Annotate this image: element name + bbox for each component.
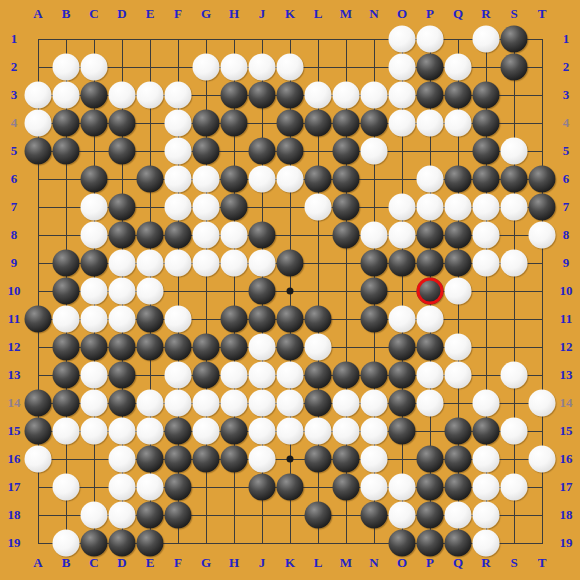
white-stone[interactable] — [473, 26, 500, 53]
black-stone[interactable] — [389, 250, 416, 277]
white-stone[interactable] — [249, 418, 276, 445]
black-stone[interactable] — [193, 110, 220, 137]
white-stone[interactable] — [361, 390, 388, 417]
black-stone[interactable] — [165, 334, 192, 361]
white-stone[interactable] — [193, 166, 220, 193]
board-vertical-line — [514, 39, 515, 544]
white-stone[interactable] — [249, 250, 276, 277]
white-stone[interactable] — [445, 502, 472, 529]
white-stone[interactable] — [473, 502, 500, 529]
row-label-left: 7 — [11, 199, 18, 215]
black-stone[interactable] — [249, 474, 276, 501]
white-stone[interactable] — [137, 474, 164, 501]
white-stone[interactable] — [193, 250, 220, 277]
black-stone[interactable] — [305, 306, 332, 333]
row-label-right: 18 — [560, 507, 573, 523]
column-label-bottom: J — [259, 555, 266, 571]
white-stone[interactable] — [109, 278, 136, 305]
black-stone[interactable] — [445, 250, 472, 277]
black-stone[interactable] — [333, 110, 360, 137]
column-label-top: G — [201, 6, 211, 22]
column-label-bottom: F — [174, 555, 182, 571]
black-stone[interactable] — [81, 82, 108, 109]
black-stone[interactable] — [109, 194, 136, 221]
white-stone[interactable] — [249, 446, 276, 473]
white-stone[interactable] — [389, 502, 416, 529]
white-stone[interactable] — [473, 222, 500, 249]
white-stone[interactable] — [53, 530, 80, 557]
white-stone[interactable] — [417, 362, 444, 389]
white-stone[interactable] — [165, 390, 192, 417]
white-stone[interactable] — [165, 306, 192, 333]
black-stone[interactable] — [249, 278, 276, 305]
black-stone[interactable] — [333, 138, 360, 165]
white-stone[interactable] — [417, 306, 444, 333]
row-label-right: 10 — [560, 283, 573, 299]
black-stone[interactable] — [473, 418, 500, 445]
column-label-bottom: S — [510, 555, 517, 571]
black-stone[interactable] — [445, 222, 472, 249]
black-stone[interactable] — [473, 166, 500, 193]
row-label-left: 9 — [11, 255, 18, 271]
column-label-top: A — [33, 6, 42, 22]
column-label-bottom: B — [62, 555, 71, 571]
black-stone[interactable] — [445, 474, 472, 501]
black-stone[interactable] — [361, 110, 388, 137]
white-stone[interactable] — [277, 54, 304, 81]
black-stone[interactable] — [137, 306, 164, 333]
black-stone[interactable] — [221, 82, 248, 109]
row-label-left: 2 — [11, 59, 18, 75]
row-label-right: 8 — [563, 227, 570, 243]
black-stone[interactable] — [165, 502, 192, 529]
white-stone[interactable] — [81, 54, 108, 81]
white-stone[interactable] — [221, 390, 248, 417]
white-stone[interactable] — [81, 194, 108, 221]
black-stone[interactable] — [305, 362, 332, 389]
column-label-top: T — [538, 6, 547, 22]
white-stone[interactable] — [361, 82, 388, 109]
white-stone[interactable] — [473, 530, 500, 557]
white-stone[interactable] — [137, 278, 164, 305]
white-stone[interactable] — [333, 390, 360, 417]
white-stone[interactable] — [389, 26, 416, 53]
white-stone[interactable] — [25, 82, 52, 109]
black-stone[interactable] — [305, 446, 332, 473]
column-label-bottom: D — [117, 555, 126, 571]
black-stone[interactable] — [137, 222, 164, 249]
black-stone[interactable] — [221, 110, 248, 137]
black-stone[interactable] — [333, 166, 360, 193]
row-label-right: 11 — [560, 311, 572, 327]
black-stone[interactable] — [193, 362, 220, 389]
black-stone[interactable] — [193, 334, 220, 361]
black-stone[interactable] — [389, 530, 416, 557]
white-stone[interactable] — [109, 502, 136, 529]
black-stone[interactable] — [417, 502, 444, 529]
column-label-bottom: N — [369, 555, 378, 571]
row-label-left: 18 — [8, 507, 21, 523]
black-stone[interactable] — [109, 222, 136, 249]
black-stone[interactable] — [473, 110, 500, 137]
row-label-right: 14 — [560, 395, 573, 411]
black-stone[interactable] — [445, 530, 472, 557]
white-stone[interactable] — [501, 418, 528, 445]
white-stone[interactable] — [473, 446, 500, 473]
white-stone[interactable] — [25, 110, 52, 137]
black-stone[interactable] — [305, 390, 332, 417]
white-stone[interactable] — [473, 474, 500, 501]
white-stone[interactable] — [81, 390, 108, 417]
black-stone[interactable] — [389, 418, 416, 445]
column-label-bottom: A — [33, 555, 42, 571]
white-stone[interactable] — [109, 418, 136, 445]
black-stone[interactable] — [109, 390, 136, 417]
white-stone[interactable] — [53, 82, 80, 109]
black-stone[interactable] — [25, 390, 52, 417]
column-label-top: C — [89, 6, 98, 22]
black-stone[interactable] — [417, 446, 444, 473]
white-stone[interactable] — [137, 418, 164, 445]
black-stone[interactable] — [529, 166, 556, 193]
black-stone[interactable] — [81, 334, 108, 361]
black-stone[interactable] — [137, 502, 164, 529]
black-stone[interactable] — [277, 334, 304, 361]
black-stone[interactable] — [277, 82, 304, 109]
white-stone[interactable] — [137, 82, 164, 109]
black-stone[interactable] — [501, 54, 528, 81]
black-stone[interactable] — [81, 166, 108, 193]
white-stone[interactable] — [109, 82, 136, 109]
black-stone[interactable] — [53, 110, 80, 137]
white-stone[interactable] — [361, 446, 388, 473]
black-stone[interactable] — [137, 166, 164, 193]
row-label-right: 2 — [563, 59, 570, 75]
white-stone[interactable] — [53, 54, 80, 81]
black-stone[interactable] — [249, 222, 276, 249]
white-stone[interactable] — [445, 362, 472, 389]
white-stone[interactable] — [25, 446, 52, 473]
column-label-bottom: P — [426, 555, 434, 571]
white-stone[interactable] — [529, 390, 556, 417]
black-stone[interactable] — [361, 250, 388, 277]
white-stone[interactable] — [221, 54, 248, 81]
white-stone[interactable] — [389, 194, 416, 221]
black-stone[interactable] — [361, 362, 388, 389]
row-label-left: 14 — [8, 395, 21, 411]
white-stone[interactable] — [81, 418, 108, 445]
black-stone[interactable] — [221, 166, 248, 193]
white-stone[interactable] — [473, 390, 500, 417]
column-label-top: P — [426, 6, 434, 22]
black-stone[interactable] — [445, 82, 472, 109]
white-stone[interactable] — [501, 362, 528, 389]
black-stone[interactable] — [53, 138, 80, 165]
white-stone[interactable] — [221, 222, 248, 249]
white-stone[interactable] — [445, 110, 472, 137]
white-stone[interactable] — [277, 390, 304, 417]
white-stone[interactable] — [137, 250, 164, 277]
white-stone[interactable] — [165, 138, 192, 165]
black-stone[interactable] — [305, 502, 332, 529]
white-stone[interactable] — [445, 278, 472, 305]
white-stone[interactable] — [165, 194, 192, 221]
black-stone[interactable] — [193, 138, 220, 165]
row-label-right: 19 — [560, 535, 573, 551]
white-stone[interactable] — [361, 418, 388, 445]
black-stone[interactable] — [165, 222, 192, 249]
row-label-left: 17 — [8, 479, 21, 495]
black-stone[interactable] — [277, 306, 304, 333]
white-stone[interactable] — [473, 194, 500, 221]
black-stone[interactable] — [165, 474, 192, 501]
black-stone[interactable] — [501, 26, 528, 53]
black-stone[interactable] — [221, 306, 248, 333]
star-point — [287, 456, 294, 463]
white-stone[interactable] — [109, 306, 136, 333]
white-stone[interactable] — [417, 166, 444, 193]
black-stone[interactable] — [53, 390, 80, 417]
white-stone[interactable] — [249, 166, 276, 193]
black-stone[interactable] — [53, 250, 80, 277]
black-stone[interactable] — [25, 306, 52, 333]
black-stone[interactable] — [193, 446, 220, 473]
black-stone[interactable] — [445, 446, 472, 473]
row-label-right: 9 — [563, 255, 570, 271]
black-stone[interactable] — [389, 390, 416, 417]
row-label-left: 5 — [11, 143, 18, 159]
black-stone[interactable] — [389, 334, 416, 361]
white-stone[interactable] — [193, 54, 220, 81]
row-label-right: 16 — [560, 451, 573, 467]
white-stone[interactable] — [417, 110, 444, 137]
black-stone[interactable] — [221, 418, 248, 445]
black-stone[interactable] — [25, 138, 52, 165]
black-stone[interactable] — [53, 278, 80, 305]
black-stone[interactable] — [361, 502, 388, 529]
black-stone[interactable] — [165, 446, 192, 473]
white-stone[interactable] — [81, 306, 108, 333]
black-stone[interactable] — [109, 110, 136, 137]
black-stone[interactable] — [473, 138, 500, 165]
row-label-right: 13 — [560, 367, 573, 383]
row-label-left: 12 — [8, 339, 21, 355]
black-stone[interactable] — [137, 530, 164, 557]
black-stone[interactable] — [277, 110, 304, 137]
black-stone[interactable] — [249, 82, 276, 109]
white-stone[interactable] — [445, 194, 472, 221]
row-label-left: 10 — [8, 283, 21, 299]
black-stone[interactable] — [305, 110, 332, 137]
white-stone[interactable] — [305, 194, 332, 221]
white-stone[interactable] — [305, 334, 332, 361]
black-stone[interactable] — [361, 306, 388, 333]
white-stone[interactable] — [445, 334, 472, 361]
black-stone[interactable] — [333, 194, 360, 221]
column-label-bottom: C — [89, 555, 98, 571]
black-stone[interactable] — [81, 250, 108, 277]
black-stone[interactable] — [249, 306, 276, 333]
black-stone[interactable] — [417, 250, 444, 277]
black-stone[interactable] — [249, 138, 276, 165]
row-label-left: 6 — [11, 171, 18, 187]
column-label-bottom: T — [538, 555, 547, 571]
white-stone[interactable] — [445, 54, 472, 81]
white-stone[interactable] — [389, 306, 416, 333]
white-stone[interactable] — [389, 54, 416, 81]
white-stone[interactable] — [501, 250, 528, 277]
white-stone[interactable] — [389, 222, 416, 249]
white-stone[interactable] — [53, 474, 80, 501]
white-stone[interactable] — [109, 250, 136, 277]
white-stone[interactable] — [529, 222, 556, 249]
black-stone[interactable] — [109, 530, 136, 557]
black-stone[interactable] — [389, 362, 416, 389]
white-stone[interactable] — [389, 82, 416, 109]
black-stone[interactable] — [417, 54, 444, 81]
white-stone[interactable] — [81, 222, 108, 249]
black-stone[interactable] — [137, 334, 164, 361]
black-stone[interactable] — [109, 334, 136, 361]
white-stone[interactable] — [361, 222, 388, 249]
black-stone[interactable] — [109, 362, 136, 389]
black-stone[interactable] — [81, 110, 108, 137]
black-stone[interactable] — [473, 82, 500, 109]
white-stone[interactable] — [389, 110, 416, 137]
black-stone[interactable] — [445, 166, 472, 193]
white-stone[interactable] — [221, 250, 248, 277]
white-stone[interactable] — [361, 474, 388, 501]
black-stone[interactable] — [417, 474, 444, 501]
black-stone[interactable] — [445, 418, 472, 445]
white-stone[interactable] — [249, 362, 276, 389]
white-stone[interactable] — [81, 502, 108, 529]
column-label-top: Q — [453, 6, 463, 22]
black-stone[interactable] — [417, 334, 444, 361]
column-label-bottom: R — [481, 555, 490, 571]
row-label-left: 8 — [11, 227, 18, 243]
white-stone[interactable] — [529, 446, 556, 473]
black-stone[interactable] — [109, 138, 136, 165]
white-stone[interactable] — [165, 362, 192, 389]
black-stone[interactable] — [81, 530, 108, 557]
white-stone[interactable] — [277, 418, 304, 445]
white-stone[interactable] — [501, 474, 528, 501]
black-stone[interactable] — [221, 334, 248, 361]
black-stone[interactable] — [333, 362, 360, 389]
column-label-top: M — [340, 6, 352, 22]
black-stone[interactable] — [221, 194, 248, 221]
white-stone[interactable] — [165, 166, 192, 193]
black-stone[interactable] — [277, 250, 304, 277]
black-stone[interactable] — [417, 278, 444, 305]
row-label-right: 7 — [563, 199, 570, 215]
white-stone[interactable] — [501, 138, 528, 165]
white-stone[interactable] — [53, 418, 80, 445]
white-stone[interactable] — [193, 194, 220, 221]
star-point — [287, 288, 294, 295]
white-stone[interactable] — [193, 390, 220, 417]
white-stone[interactable] — [137, 390, 164, 417]
black-stone[interactable] — [417, 530, 444, 557]
white-stone[interactable] — [81, 278, 108, 305]
white-stone[interactable] — [361, 138, 388, 165]
white-stone[interactable] — [305, 418, 332, 445]
row-label-right: 4 — [563, 115, 570, 131]
white-stone[interactable] — [165, 82, 192, 109]
row-label-right: 1 — [563, 31, 570, 47]
column-label-bottom: G — [201, 555, 211, 571]
black-stone[interactable] — [277, 474, 304, 501]
row-label-right: 15 — [560, 423, 573, 439]
black-stone[interactable] — [221, 446, 248, 473]
black-stone[interactable] — [417, 222, 444, 249]
white-stone[interactable] — [165, 110, 192, 137]
go-board[interactable]: AABBCCDDEEFFGGHHJJKKLLMMNNOOPPQQRRSSTT11… — [0, 0, 580, 580]
black-stone[interactable] — [137, 446, 164, 473]
row-label-left: 11 — [8, 311, 20, 327]
white-stone[interactable] — [165, 250, 192, 277]
black-stone[interactable] — [53, 362, 80, 389]
column-label-bottom: L — [314, 555, 323, 571]
black-stone[interactable] — [501, 166, 528, 193]
black-stone[interactable] — [333, 222, 360, 249]
black-stone[interactable] — [305, 166, 332, 193]
white-stone[interactable] — [249, 334, 276, 361]
white-stone[interactable] — [305, 82, 332, 109]
black-stone[interactable] — [277, 138, 304, 165]
column-label-top: E — [146, 6, 155, 22]
white-stone[interactable] — [249, 390, 276, 417]
white-stone[interactable] — [417, 26, 444, 53]
row-label-left: 19 — [8, 535, 21, 551]
black-stone[interactable] — [25, 418, 52, 445]
white-stone[interactable] — [53, 306, 80, 333]
black-stone[interactable] — [417, 82, 444, 109]
white-stone[interactable] — [81, 362, 108, 389]
black-stone[interactable] — [529, 194, 556, 221]
black-stone[interactable] — [53, 334, 80, 361]
column-label-top: R — [481, 6, 490, 22]
white-stone[interactable] — [333, 418, 360, 445]
black-stone[interactable] — [165, 418, 192, 445]
row-label-left: 3 — [11, 87, 18, 103]
white-stone[interactable] — [277, 166, 304, 193]
row-label-right: 6 — [563, 171, 570, 187]
black-stone[interactable] — [333, 446, 360, 473]
white-stone[interactable] — [417, 390, 444, 417]
black-stone[interactable] — [333, 474, 360, 501]
white-stone[interactable] — [193, 418, 220, 445]
column-label-top: S — [510, 6, 517, 22]
white-stone[interactable] — [193, 222, 220, 249]
white-stone[interactable] — [109, 446, 136, 473]
white-stone[interactable] — [249, 54, 276, 81]
white-stone[interactable] — [109, 474, 136, 501]
column-label-top: H — [229, 6, 239, 22]
column-label-bottom: Q — [453, 555, 463, 571]
column-label-top: F — [174, 6, 182, 22]
white-stone[interactable] — [473, 250, 500, 277]
white-stone[interactable] — [277, 362, 304, 389]
white-stone[interactable] — [417, 194, 444, 221]
column-label-top: O — [397, 6, 407, 22]
white-stone[interactable] — [501, 194, 528, 221]
black-stone[interactable] — [361, 278, 388, 305]
white-stone[interactable] — [221, 362, 248, 389]
white-stone[interactable] — [333, 82, 360, 109]
white-stone[interactable] — [389, 474, 416, 501]
